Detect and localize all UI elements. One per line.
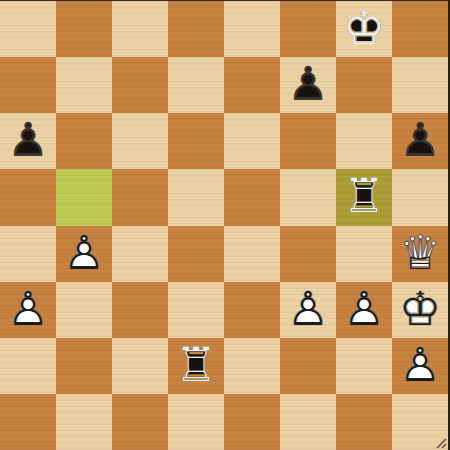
square-h7[interactable] (392, 57, 448, 113)
square-c6[interactable] (112, 113, 168, 169)
square-a5[interactable] (0, 169, 56, 225)
square-d1[interactable] (168, 394, 224, 450)
white-king[interactable]: ♚♔ (392, 282, 448, 338)
square-g1[interactable] (336, 394, 392, 450)
square-d5[interactable] (168, 169, 224, 225)
square-f1[interactable] (280, 394, 336, 450)
white-pawn-outline: ♙ (280, 282, 336, 338)
square-h5[interactable] (392, 169, 448, 225)
square-g8[interactable]: ♚♔ (336, 1, 392, 57)
square-e7[interactable] (224, 57, 280, 113)
square-e1[interactable] (224, 394, 280, 450)
square-c4[interactable] (112, 226, 168, 282)
square-e5[interactable] (224, 169, 280, 225)
black-rook[interactable]: ♜♖ (336, 169, 392, 225)
white-queen[interactable]: ♛♕ (392, 226, 448, 282)
square-a1[interactable] (0, 394, 56, 450)
square-g6[interactable] (336, 113, 392, 169)
square-b1[interactable] (56, 394, 112, 450)
white-pawn-outline: ♙ (56, 226, 112, 282)
square-f6[interactable] (280, 113, 336, 169)
white-pawn[interactable]: ♟♙ (336, 282, 392, 338)
black-king-outline: ♔ (336, 1, 392, 57)
square-e3[interactable] (224, 282, 280, 338)
black-pawn-outline: ♙ (0, 113, 56, 169)
square-e6[interactable] (224, 113, 280, 169)
square-h6[interactable]: ♟♙ (392, 113, 448, 169)
square-e2[interactable] (224, 338, 280, 394)
black-pawn[interactable]: ♟♙ (392, 113, 448, 169)
square-a7[interactable] (0, 57, 56, 113)
white-queen-outline: ♕ (392, 226, 448, 282)
square-g4[interactable] (336, 226, 392, 282)
white-pawn[interactable]: ♟♙ (392, 338, 448, 394)
black-pawn-outline: ♙ (392, 113, 448, 169)
square-a2[interactable] (0, 338, 56, 394)
square-b2[interactable] (56, 338, 112, 394)
white-king-outline: ♔ (392, 282, 448, 338)
square-d7[interactable] (168, 57, 224, 113)
square-f8[interactable] (280, 1, 336, 57)
square-c2[interactable] (112, 338, 168, 394)
square-d8[interactable] (168, 1, 224, 57)
square-b5[interactable] (56, 169, 112, 225)
square-g2[interactable] (336, 338, 392, 394)
chess-board: ♚♔♟♙♟♙♟♙♜♖♟♙♛♕♟♙♟♙♟♙♚♔♜♖♟♙ (0, 1, 448, 450)
black-rook-outline: ♖ (336, 169, 392, 225)
square-a4[interactable] (0, 226, 56, 282)
square-g3[interactable]: ♟♙ (336, 282, 392, 338)
square-g5[interactable]: ♜♖ (336, 169, 392, 225)
square-b3[interactable] (56, 282, 112, 338)
white-pawn-outline: ♙ (0, 282, 56, 338)
square-d6[interactable] (168, 113, 224, 169)
white-pawn-outline: ♙ (392, 338, 448, 394)
square-d2[interactable]: ♜♖ (168, 338, 224, 394)
square-h2[interactable]: ♟♙ (392, 338, 448, 394)
black-king[interactable]: ♚♔ (336, 1, 392, 57)
square-b4[interactable]: ♟♙ (56, 226, 112, 282)
square-a6[interactable]: ♟♙ (0, 113, 56, 169)
square-c7[interactable] (112, 57, 168, 113)
square-a8[interactable] (0, 1, 56, 57)
square-b6[interactable] (56, 113, 112, 169)
square-e4[interactable] (224, 226, 280, 282)
square-f7[interactable]: ♟♙ (280, 57, 336, 113)
square-a3[interactable]: ♟♙ (0, 282, 56, 338)
black-pawn-outline: ♙ (280, 57, 336, 113)
white-pawn[interactable]: ♟♙ (0, 282, 56, 338)
black-rook-outline: ♖ (168, 338, 224, 394)
square-b8[interactable] (56, 1, 112, 57)
white-pawn[interactable]: ♟♙ (280, 282, 336, 338)
square-f4[interactable] (280, 226, 336, 282)
square-d4[interactable] (168, 226, 224, 282)
white-pawn-outline: ♙ (336, 282, 392, 338)
black-rook[interactable]: ♜♖ (168, 338, 224, 394)
square-c8[interactable] (112, 1, 168, 57)
square-f3[interactable]: ♟♙ (280, 282, 336, 338)
white-pawn[interactable]: ♟♙ (56, 226, 112, 282)
square-g7[interactable] (336, 57, 392, 113)
square-h3[interactable]: ♚♔ (392, 282, 448, 338)
black-pawn[interactable]: ♟♙ (0, 113, 56, 169)
black-pawn[interactable]: ♟♙ (280, 57, 336, 113)
square-c3[interactable] (112, 282, 168, 338)
square-h4[interactable]: ♛♕ (392, 226, 448, 282)
square-c5[interactable] (112, 169, 168, 225)
chess-board-window: ♚♔♟♙♟♙♟♙♜♖♟♙♛♕♟♙♟♙♟♙♚♔♜♖♟♙ (0, 0, 450, 450)
square-h8[interactable] (392, 1, 448, 57)
square-c1[interactable] (112, 394, 168, 450)
square-f2[interactable] (280, 338, 336, 394)
square-f5[interactable] (280, 169, 336, 225)
square-e8[interactable] (224, 1, 280, 57)
square-d3[interactable] (168, 282, 224, 338)
square-b7[interactable] (56, 57, 112, 113)
resize-grip-icon[interactable] (434, 436, 447, 449)
